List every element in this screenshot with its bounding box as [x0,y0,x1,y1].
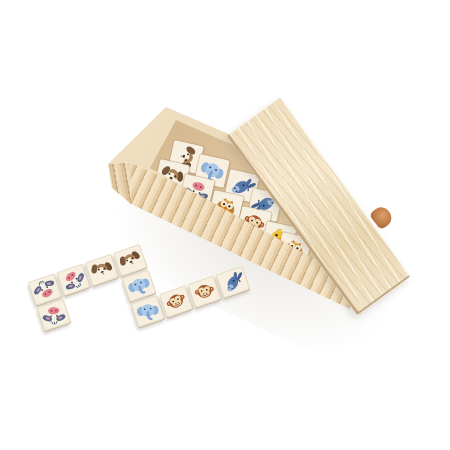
dog-icon [87,256,117,284]
monkey-icon [189,278,220,306]
monkey-icon [159,285,193,317]
domino-tile[interactable] [37,299,72,332]
elephant-icon [134,299,162,324]
cow-icon [40,303,67,327]
product-photo [0,0,450,450]
